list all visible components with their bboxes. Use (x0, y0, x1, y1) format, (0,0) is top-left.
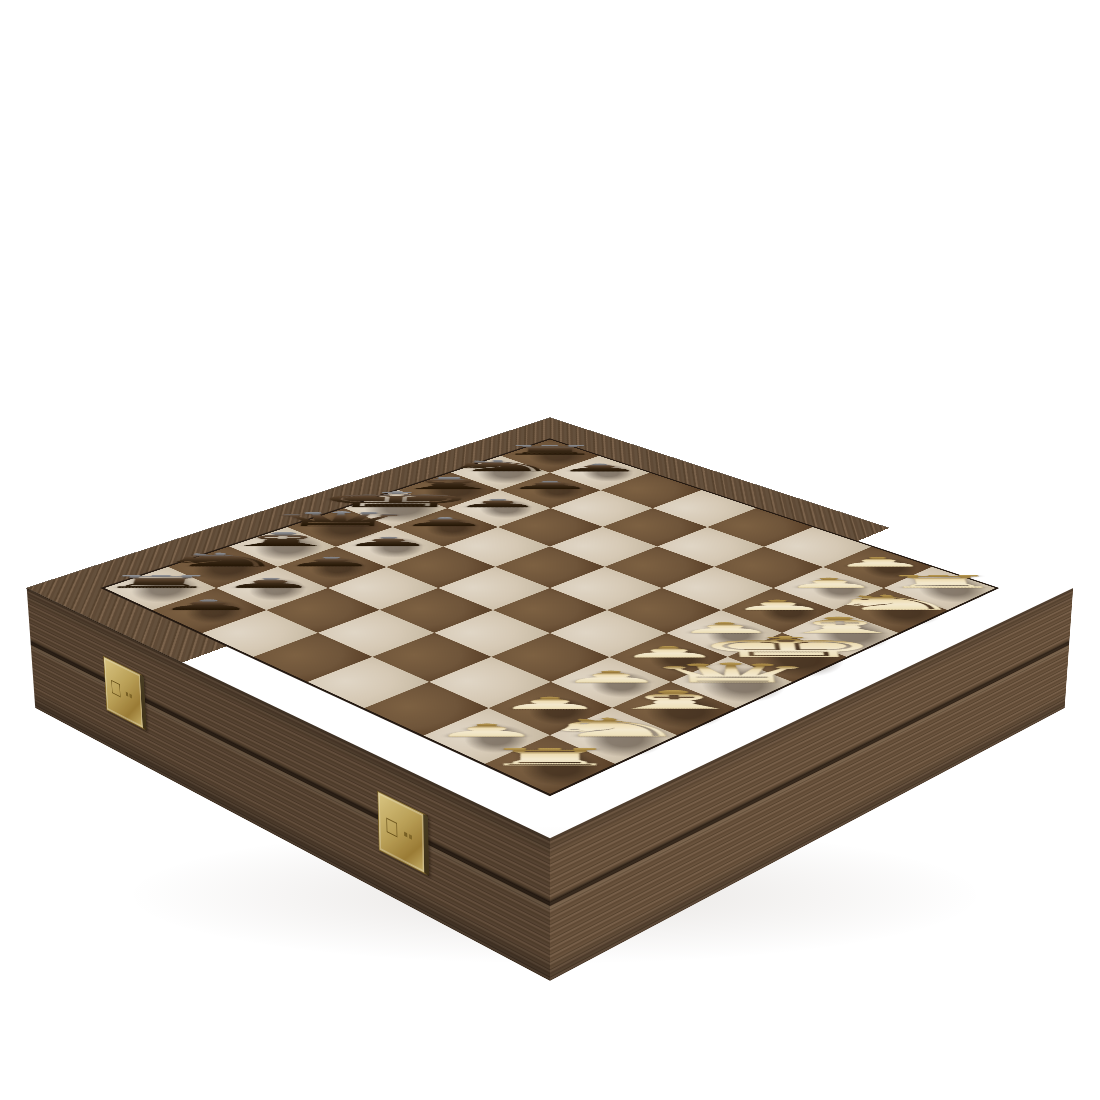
black-pawn-glyph: ♟ (219, 576, 321, 590)
black-bishop-glyph: ♝ (208, 530, 354, 549)
chess-box: ♜♞♝♛♚♝♞♜♟♟♟♟♟♟♟♟♟♟♟♟♟♟♟♟♜♞♝♛♚♝♞♜ (27, 418, 1074, 839)
black-knight-glyph: ♞ (436, 458, 564, 474)
white-pawn-glyph: ♟ (829, 555, 929, 568)
black-rook-glyph: ♜ (495, 443, 605, 456)
white-pawn-glyph: ♟ (779, 576, 881, 590)
clasp-emblem (111, 680, 120, 697)
brass-clasp (377, 791, 429, 876)
white-rook-glyph: ♜ (876, 573, 1007, 590)
black-pawn-glyph: ♟ (556, 462, 644, 473)
black-knight-glyph: ♞ (148, 550, 294, 569)
black-pawn-glyph: ♟ (340, 535, 436, 548)
product-photo-scene: ♜♞♝♛♚♝♞♜♟♟♟♟♟♟♟♟♟♟♟♟♟♟♟♟♜♞♝♛♚♝♞♜ (0, 0, 1100, 1100)
clasp-emblem (386, 818, 397, 838)
black-rook-glyph: ♜ (93, 573, 224, 590)
black-queen-glyph: ♛ (259, 509, 418, 529)
brass-clasp (103, 656, 146, 731)
